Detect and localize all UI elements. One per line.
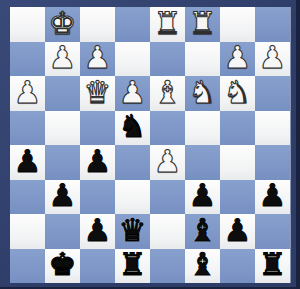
black-pawn[interactable]: ♟ — [189, 180, 217, 211]
square-b6[interactable] — [45, 76, 80, 111]
square-h2[interactable] — [255, 214, 290, 249]
white-pawn[interactable]: ♟ — [154, 146, 182, 177]
square-f3[interactable]: ♟ — [185, 180, 220, 215]
white-queen[interactable]: ♛ — [84, 77, 112, 108]
square-c3[interactable] — [80, 180, 115, 215]
square-d5[interactable]: ♞ — [115, 111, 150, 146]
square-b7[interactable]: ♟ — [45, 42, 80, 77]
square-a7[interactable] — [10, 42, 45, 77]
white-pawn[interactable]: ♟ — [14, 77, 42, 108]
square-g7[interactable]: ♟ — [220, 42, 255, 77]
square-d4[interactable] — [115, 145, 150, 180]
square-b8[interactable]: ♚ — [45, 7, 80, 42]
black-pawn[interactable]: ♟ — [49, 180, 77, 211]
square-g2[interactable]: ♟ — [220, 214, 255, 249]
square-c6[interactable]: ♛ — [80, 76, 115, 111]
square-g6[interactable]: ♞ — [220, 76, 255, 111]
square-d1[interactable]: ♜ — [115, 249, 150, 284]
square-h6[interactable] — [255, 76, 290, 111]
square-d2[interactable]: ♛ — [115, 214, 150, 249]
square-d6[interactable]: ♟ — [115, 76, 150, 111]
white-rook[interactable]: ♜ — [189, 8, 217, 39]
square-e6[interactable]: ♝ — [150, 76, 185, 111]
square-g4[interactable] — [220, 145, 255, 180]
square-a1[interactable] — [10, 249, 45, 284]
square-a5[interactable] — [10, 111, 45, 146]
square-f7[interactable] — [185, 42, 220, 77]
square-a8[interactable] — [10, 7, 45, 42]
square-c8[interactable] — [80, 7, 115, 42]
square-g8[interactable] — [220, 7, 255, 42]
square-f1[interactable]: ♝ — [185, 249, 220, 284]
square-a3[interactable] — [10, 180, 45, 215]
white-knight[interactable]: ♞ — [224, 77, 252, 108]
white-pawn[interactable]: ♟ — [259, 42, 287, 73]
board: ♚♜♜♟♟♟♟♟♛♟♝♞♞♞♟♟♟♟♟♟♟♛♝♟♚♜♝♜ — [10, 7, 290, 283]
square-b1[interactable]: ♚ — [45, 249, 80, 284]
square-c7[interactable]: ♟ — [80, 42, 115, 77]
square-h5[interactable] — [255, 111, 290, 146]
black-pawn[interactable]: ♟ — [14, 146, 42, 177]
square-e3[interactable] — [150, 180, 185, 215]
square-b2[interactable] — [45, 214, 80, 249]
black-pawn[interactable]: ♟ — [84, 146, 112, 177]
square-e7[interactable] — [150, 42, 185, 77]
square-e4[interactable]: ♟ — [150, 145, 185, 180]
white-pawn[interactable]: ♟ — [84, 42, 112, 73]
square-d7[interactable] — [115, 42, 150, 77]
square-e1[interactable] — [150, 249, 185, 284]
black-bishop[interactable]: ♝ — [189, 215, 217, 246]
black-knight[interactable]: ♞ — [119, 111, 147, 142]
white-bishop[interactable]: ♝ — [154, 77, 182, 108]
square-d8[interactable] — [115, 7, 150, 42]
square-c2[interactable]: ♟ — [80, 214, 115, 249]
black-rook[interactable]: ♜ — [119, 249, 147, 280]
square-a2[interactable] — [10, 214, 45, 249]
square-h4[interactable] — [255, 145, 290, 180]
square-b5[interactable] — [45, 111, 80, 146]
white-pawn[interactable]: ♟ — [119, 77, 147, 108]
square-c1[interactable] — [80, 249, 115, 284]
square-a6[interactable]: ♟ — [10, 76, 45, 111]
square-e2[interactable] — [150, 214, 185, 249]
square-g1[interactable] — [220, 249, 255, 284]
square-c4[interactable]: ♟ — [80, 145, 115, 180]
square-h7[interactable]: ♟ — [255, 42, 290, 77]
square-f4[interactable] — [185, 145, 220, 180]
square-f6[interactable]: ♞ — [185, 76, 220, 111]
square-f5[interactable] — [185, 111, 220, 146]
white-knight[interactable]: ♞ — [189, 77, 217, 108]
white-rook[interactable]: ♜ — [154, 8, 182, 39]
black-queen[interactable]: ♛ — [119, 215, 147, 246]
square-b3[interactable]: ♟ — [45, 180, 80, 215]
square-c5[interactable] — [80, 111, 115, 146]
square-g5[interactable] — [220, 111, 255, 146]
square-g3[interactable] — [220, 180, 255, 215]
square-b4[interactable] — [45, 145, 80, 180]
black-bishop[interactable]: ♝ — [189, 249, 217, 280]
black-rook[interactable]: ♜ — [259, 249, 287, 280]
white-pawn[interactable]: ♟ — [224, 42, 252, 73]
square-h3[interactable]: ♟ — [255, 180, 290, 215]
square-a4[interactable]: ♟ — [10, 145, 45, 180]
black-pawn[interactable]: ♟ — [259, 180, 287, 211]
black-pawn[interactable]: ♟ — [84, 215, 112, 246]
square-f2[interactable]: ♝ — [185, 214, 220, 249]
chess-app-window: ♚♜♜♟♟♟♟♟♛♟♝♞♞♞♟♟♟♟♟♟♟♛♝♟♚♜♝♜ — [0, 0, 300, 289]
square-e8[interactable]: ♜ — [150, 7, 185, 42]
square-f8[interactable]: ♜ — [185, 7, 220, 42]
square-e5[interactable] — [150, 111, 185, 146]
square-h1[interactable]: ♜ — [255, 249, 290, 284]
square-d3[interactable] — [115, 180, 150, 215]
white-pawn[interactable]: ♟ — [49, 42, 77, 73]
black-pawn[interactable]: ♟ — [224, 215, 252, 246]
black-king[interactable]: ♚ — [49, 249, 77, 280]
square-h8[interactable] — [255, 7, 290, 42]
white-king[interactable]: ♚ — [49, 8, 77, 39]
